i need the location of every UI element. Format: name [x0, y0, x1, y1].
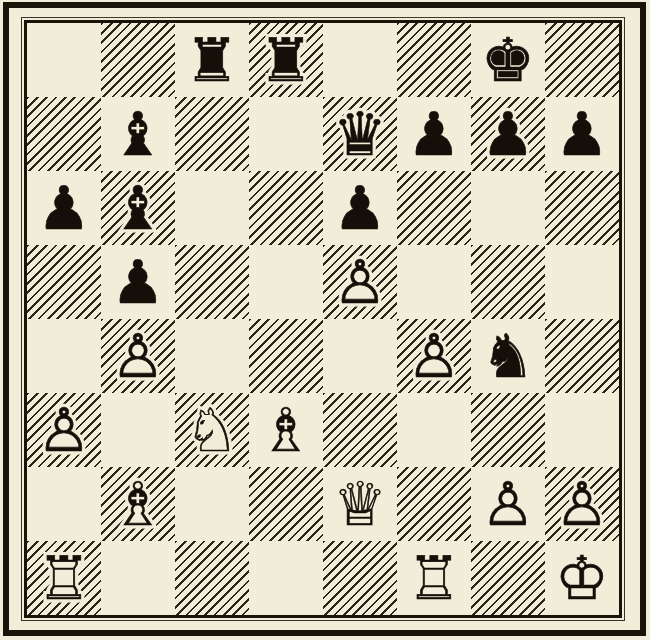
square-h4[interactable] — [545, 319, 619, 393]
square-a2[interactable] — [27, 467, 101, 541]
square-h3[interactable] — [545, 393, 619, 467]
square-d5[interactable] — [249, 245, 323, 319]
black-king-icon: ♚ — [481, 30, 535, 90]
square-c3[interactable]: ♞♘ — [175, 393, 249, 467]
square-e3[interactable] — [323, 393, 397, 467]
square-f8[interactable] — [397, 23, 471, 97]
black-bishop-icon: ♝ — [111, 104, 165, 164]
square-f6[interactable] — [397, 171, 471, 245]
white-pawn-icon: ♙ — [333, 252, 387, 312]
square-d4[interactable] — [249, 319, 323, 393]
black-pawn-icon: ♟ — [481, 104, 535, 164]
white-pawn-icon: ♙ — [111, 326, 165, 386]
square-f5[interactable] — [397, 245, 471, 319]
square-e6[interactable]: ♟♟ — [323, 171, 397, 245]
white-pawn-icon: ♙ — [555, 474, 609, 534]
square-d1[interactable] — [249, 541, 323, 615]
white-bishop-icon: ♗ — [111, 474, 165, 534]
white-knight-icon: ♘ — [185, 400, 239, 460]
square-f2[interactable] — [397, 467, 471, 541]
white-bishop-icon: ♗ — [259, 400, 313, 460]
square-b2[interactable]: ♝♗ — [101, 467, 175, 541]
black-pawn-icon: ♟ — [333, 178, 387, 238]
black-pawn-icon: ♟ — [111, 252, 165, 312]
square-c2[interactable] — [175, 467, 249, 541]
square-f4[interactable]: ♟♙ — [397, 319, 471, 393]
square-a5[interactable] — [27, 245, 101, 319]
square-g5[interactable] — [471, 245, 545, 319]
white-pawn-icon: ♙ — [407, 326, 461, 386]
square-e1[interactable] — [323, 541, 397, 615]
square-a8[interactable] — [27, 23, 101, 97]
square-h2[interactable]: ♟♙ — [545, 467, 619, 541]
square-g7[interactable]: ♟♟ — [471, 97, 545, 171]
square-e8[interactable] — [323, 23, 397, 97]
chess-board: ♜♜♜♜♚♚♝♝♛♛♟♟♟♟♟♟♟♟♝♝♟♟♟♟♟♙♟♙♟♙♞♞♟♙♞♘♝♗♝♗… — [24, 20, 622, 618]
square-b1[interactable] — [101, 541, 175, 615]
square-g6[interactable] — [471, 171, 545, 245]
square-h1[interactable]: ♚♔ — [545, 541, 619, 615]
square-d8[interactable]: ♜♜ — [249, 23, 323, 97]
square-h7[interactable]: ♟♟ — [545, 97, 619, 171]
square-b4[interactable]: ♟♙ — [101, 319, 175, 393]
white-king-icon: ♔ — [555, 548, 609, 608]
black-queen-icon: ♛ — [333, 104, 387, 164]
white-rook-icon: ♖ — [37, 548, 91, 608]
square-f3[interactable] — [397, 393, 471, 467]
square-g1[interactable] — [471, 541, 545, 615]
square-c7[interactable] — [175, 97, 249, 171]
square-b5[interactable]: ♟♟ — [101, 245, 175, 319]
square-g8[interactable]: ♚♚ — [471, 23, 545, 97]
square-h6[interactable] — [545, 171, 619, 245]
square-b8[interactable] — [101, 23, 175, 97]
square-a7[interactable] — [27, 97, 101, 171]
black-bishop-icon: ♝ — [111, 178, 165, 238]
square-b7[interactable]: ♝♝ — [101, 97, 175, 171]
square-c4[interactable] — [175, 319, 249, 393]
square-g4[interactable]: ♞♞ — [471, 319, 545, 393]
square-g2[interactable]: ♟♙ — [471, 467, 545, 541]
square-d7[interactable] — [249, 97, 323, 171]
black-pawn-icon: ♟ — [407, 104, 461, 164]
square-c6[interactable] — [175, 171, 249, 245]
black-rook-icon: ♜ — [185, 30, 239, 90]
square-e4[interactable] — [323, 319, 397, 393]
white-pawn-icon: ♙ — [481, 474, 535, 534]
square-a1[interactable]: ♜♖ — [27, 541, 101, 615]
white-queen-icon: ♕ — [333, 474, 387, 534]
square-a6[interactable]: ♟♟ — [27, 171, 101, 245]
square-a4[interactable] — [27, 319, 101, 393]
square-d2[interactable] — [249, 467, 323, 541]
square-h5[interactable] — [545, 245, 619, 319]
black-rook-icon: ♜ — [259, 30, 313, 90]
square-a3[interactable]: ♟♙ — [27, 393, 101, 467]
black-knight-icon: ♞ — [481, 326, 535, 386]
square-c5[interactable] — [175, 245, 249, 319]
white-pawn-icon: ♙ — [37, 400, 91, 460]
square-b3[interactable] — [101, 393, 175, 467]
book-page: ♜♜♜♜♚♚♝♝♛♛♟♟♟♟♟♟♟♟♝♝♟♟♟♟♟♙♟♙♟♙♞♞♟♙♞♘♝♗♝♗… — [0, 0, 650, 640]
square-e5[interactable]: ♟♙ — [323, 245, 397, 319]
black-pawn-icon: ♟ — [37, 178, 91, 238]
square-f1[interactable]: ♜♖ — [397, 541, 471, 615]
square-h8[interactable] — [545, 23, 619, 97]
square-b6[interactable]: ♝♝ — [101, 171, 175, 245]
square-d3[interactable]: ♝♗ — [249, 393, 323, 467]
square-e2[interactable]: ♛♕ — [323, 467, 397, 541]
square-d6[interactable] — [249, 171, 323, 245]
board-grid: ♜♜♜♜♚♚♝♝♛♛♟♟♟♟♟♟♟♟♝♝♟♟♟♟♟♙♟♙♟♙♞♞♟♙♞♘♝♗♝♗… — [27, 23, 619, 615]
square-c1[interactable] — [175, 541, 249, 615]
square-c8[interactable]: ♜♜ — [175, 23, 249, 97]
white-rook-icon: ♖ — [407, 548, 461, 608]
black-pawn-icon: ♟ — [555, 104, 609, 164]
square-g3[interactable] — [471, 393, 545, 467]
square-f7[interactable]: ♟♟ — [397, 97, 471, 171]
square-e7[interactable]: ♛♛ — [323, 97, 397, 171]
